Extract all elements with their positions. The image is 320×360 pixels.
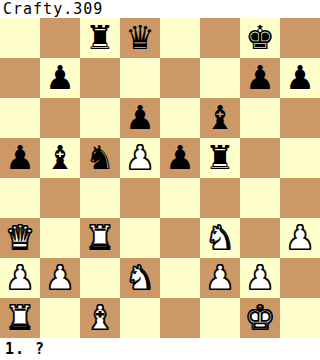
square-f1[interactable] <box>200 298 240 338</box>
black-pawn[interactable]: ♟ <box>245 58 275 98</box>
square-e5[interactable]: ♟ <box>160 138 200 178</box>
square-a5[interactable]: ♟ <box>0 138 40 178</box>
square-b4[interactable] <box>40 178 80 218</box>
square-e1[interactable] <box>160 298 200 338</box>
black-king[interactable]: ♚ <box>245 18 275 58</box>
square-a1[interactable]: ♜ <box>0 298 40 338</box>
square-c3[interactable]: ♜ <box>80 218 120 258</box>
move-prompt: 1. ? <box>0 338 320 360</box>
square-d2[interactable]: ♞ <box>120 258 160 298</box>
square-h1[interactable] <box>280 298 320 338</box>
square-b6[interactable] <box>40 98 80 138</box>
square-f2[interactable]: ♟ <box>200 258 240 298</box>
white-pawn[interactable]: ♟ <box>125 138 155 178</box>
square-e6[interactable] <box>160 98 200 138</box>
square-d1[interactable] <box>120 298 160 338</box>
square-h3[interactable]: ♟ <box>280 218 320 258</box>
square-c4[interactable] <box>80 178 120 218</box>
square-g6[interactable] <box>240 98 280 138</box>
black-pawn[interactable]: ♟ <box>285 58 315 98</box>
white-pawn[interactable]: ♟ <box>5 258 35 298</box>
square-f3[interactable]: ♞ <box>200 218 240 258</box>
black-knight[interactable]: ♞ <box>85 138 115 178</box>
square-h7[interactable]: ♟ <box>280 58 320 98</box>
square-a6[interactable] <box>0 98 40 138</box>
black-bishop[interactable]: ♝ <box>45 138 75 178</box>
square-b1[interactable] <box>40 298 80 338</box>
square-c5[interactable]: ♞ <box>80 138 120 178</box>
square-c7[interactable] <box>80 58 120 98</box>
square-b3[interactable] <box>40 218 80 258</box>
square-b7[interactable]: ♟ <box>40 58 80 98</box>
square-c8[interactable]: ♜ <box>80 18 120 58</box>
white-pawn[interactable]: ♟ <box>205 258 235 298</box>
square-d6[interactable]: ♟ <box>120 98 160 138</box>
square-b5[interactable]: ♝ <box>40 138 80 178</box>
white-queen[interactable]: ♛ <box>5 218 35 258</box>
square-e7[interactable] <box>160 58 200 98</box>
square-h6[interactable] <box>280 98 320 138</box>
square-e4[interactable] <box>160 178 200 218</box>
square-d3[interactable] <box>120 218 160 258</box>
white-rook[interactable]: ♜ <box>85 218 115 258</box>
square-d8[interactable]: ♛ <box>120 18 160 58</box>
black-pawn[interactable]: ♟ <box>45 58 75 98</box>
square-e8[interactable] <box>160 18 200 58</box>
black-bishop[interactable]: ♝ <box>205 98 235 138</box>
white-knight[interactable]: ♞ <box>125 258 155 298</box>
white-king[interactable]: ♚ <box>245 298 275 338</box>
square-f5[interactable]: ♜ <box>200 138 240 178</box>
white-pawn[interactable]: ♟ <box>45 258 75 298</box>
square-g4[interactable] <box>240 178 280 218</box>
window-title: Crafty.309 <box>0 0 320 18</box>
square-f4[interactable] <box>200 178 240 218</box>
square-f7[interactable] <box>200 58 240 98</box>
black-rook[interactable]: ♜ <box>205 138 235 178</box>
square-g1[interactable]: ♚ <box>240 298 280 338</box>
square-g8[interactable]: ♚ <box>240 18 280 58</box>
black-pawn[interactable]: ♟ <box>165 138 195 178</box>
square-d5[interactable]: ♟ <box>120 138 160 178</box>
square-g7[interactable]: ♟ <box>240 58 280 98</box>
square-f6[interactable]: ♝ <box>200 98 240 138</box>
chess-board: ♜♛♚♟♟♟♟♝♟♝♞♟♟♜♛♜♞♟♟♟♞♟♟♜♝♚ <box>0 18 320 338</box>
square-b8[interactable] <box>40 18 80 58</box>
black-pawn[interactable]: ♟ <box>5 138 35 178</box>
square-h8[interactable] <box>280 18 320 58</box>
square-g3[interactable] <box>240 218 280 258</box>
white-rook[interactable]: ♜ <box>5 298 35 338</box>
black-queen[interactable]: ♛ <box>125 18 155 58</box>
square-h2[interactable] <box>280 258 320 298</box>
square-a4[interactable] <box>0 178 40 218</box>
square-e2[interactable] <box>160 258 200 298</box>
crafty-window: Crafty.309 ♜♛♚♟♟♟♟♝♟♝♞♟♟♜♛♜♞♟♟♟♞♟♟♜♝♚ 1.… <box>0 0 320 360</box>
square-a7[interactable] <box>0 58 40 98</box>
square-e3[interactable] <box>160 218 200 258</box>
square-a3[interactable]: ♛ <box>0 218 40 258</box>
black-pawn[interactable]: ♟ <box>125 98 155 138</box>
white-pawn[interactable]: ♟ <box>285 218 315 258</box>
square-a8[interactable] <box>0 18 40 58</box>
square-d7[interactable] <box>120 58 160 98</box>
square-g5[interactable] <box>240 138 280 178</box>
square-g2[interactable]: ♟ <box>240 258 280 298</box>
square-c6[interactable] <box>80 98 120 138</box>
square-f8[interactable] <box>200 18 240 58</box>
white-pawn[interactable]: ♟ <box>245 258 275 298</box>
square-b2[interactable]: ♟ <box>40 258 80 298</box>
white-bishop[interactable]: ♝ <box>85 298 115 338</box>
square-c1[interactable]: ♝ <box>80 298 120 338</box>
square-h5[interactable] <box>280 138 320 178</box>
square-d4[interactable] <box>120 178 160 218</box>
square-c2[interactable] <box>80 258 120 298</box>
square-h4[interactable] <box>280 178 320 218</box>
white-knight[interactable]: ♞ <box>205 218 235 258</box>
black-rook[interactable]: ♜ <box>85 18 115 58</box>
square-a2[interactable]: ♟ <box>0 258 40 298</box>
